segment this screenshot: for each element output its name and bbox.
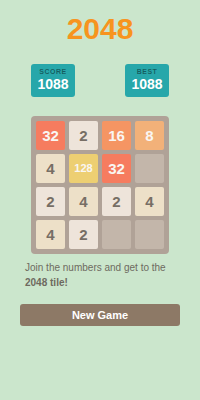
tile-32: 32 [36,121,65,150]
board-grid[interactable]: 322168412832242442 [31,116,169,254]
tile-32: 32 [102,154,131,183]
tile-2: 2 [69,121,98,150]
tile-4: 4 [36,220,65,249]
instructions: Join the numbers and get to the 2048 til… [25,260,185,290]
new-game-button[interactable]: New Game [20,304,180,326]
game-title: 2048 [0,12,200,46]
score-box: SCORE 1088 [31,64,75,97]
tile-16: 16 [102,121,131,150]
best-box: BEST 1088 [125,64,169,97]
best-label: BEST [125,68,169,75]
tile-8: 8 [135,121,164,150]
tile-4: 4 [36,154,65,183]
tile-2: 2 [69,220,98,249]
scoreboard: SCORE 1088 BEST 1088 [0,64,200,97]
app-screen: 2048 SCORE 1088 BEST 1088 32216841283224… [0,0,200,400]
instructions-line1: Join the numbers and get to the [25,260,185,275]
tile-2: 2 [36,187,65,216]
tile-4: 4 [69,187,98,216]
score-value: 1088 [31,76,75,92]
best-value: 1088 [125,76,169,92]
score-label: SCORE [31,68,75,75]
instructions-line2: 2048 tile! [25,275,185,290]
tile-2: 2 [102,187,131,216]
empty-cell [135,154,164,183]
empty-cell [135,220,164,249]
tile-128: 128 [69,154,98,183]
tile-4: 4 [135,187,164,216]
empty-cell [102,220,131,249]
